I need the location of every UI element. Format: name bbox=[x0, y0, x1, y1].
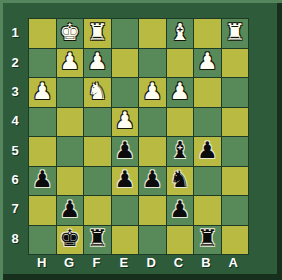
square-c8[interactable] bbox=[167, 226, 194, 255]
square-g3[interactable] bbox=[57, 78, 84, 107]
square-a7[interactable] bbox=[222, 196, 249, 225]
file-label-h: H bbox=[28, 253, 55, 272]
black-king-g8[interactable]: ♚ bbox=[59, 227, 80, 250]
rank-label-4: 4 bbox=[3, 106, 27, 135]
square-d5[interactable] bbox=[139, 137, 166, 166]
square-e7[interactable] bbox=[112, 196, 139, 225]
square-a8[interactable] bbox=[222, 226, 249, 255]
rank-label-6: 6 bbox=[3, 165, 27, 194]
square-d1[interactable] bbox=[139, 19, 166, 48]
square-f8[interactable]: ♜ bbox=[84, 226, 111, 255]
black-knight-c6[interactable]: ♞ bbox=[169, 168, 190, 191]
rank-label-7: 7 bbox=[3, 194, 27, 223]
white-king-g1[interactable]: ♚ bbox=[59, 21, 80, 44]
chess-board[interactable]: ♚♜♝♜♟♟♟♟♞♟♟♟♟♝♟♟♟♟♞♟♟♚♜♜ bbox=[28, 18, 249, 255]
square-b2[interactable]: ♟ bbox=[194, 49, 221, 78]
square-c1[interactable]: ♝ bbox=[167, 19, 194, 48]
black-pawn-e5[interactable]: ♟ bbox=[114, 139, 135, 162]
white-pawn-b2[interactable]: ♟ bbox=[197, 50, 218, 73]
square-d2[interactable] bbox=[139, 49, 166, 78]
square-g5[interactable] bbox=[57, 137, 84, 166]
square-d4[interactable] bbox=[139, 108, 166, 137]
square-h2[interactable] bbox=[29, 49, 56, 78]
rank-label-8: 8 bbox=[3, 224, 27, 253]
square-f2[interactable]: ♟ bbox=[84, 49, 111, 78]
square-b3[interactable] bbox=[194, 78, 221, 107]
file-label-e: E bbox=[110, 253, 137, 272]
rank-label-1: 1 bbox=[3, 18, 27, 47]
square-a6[interactable] bbox=[222, 167, 249, 196]
white-pawn-g2[interactable]: ♟ bbox=[59, 50, 80, 73]
square-f3[interactable]: ♞ bbox=[84, 78, 111, 107]
square-h1[interactable] bbox=[29, 19, 56, 48]
square-g8[interactable]: ♚ bbox=[57, 226, 84, 255]
square-c3[interactable]: ♟ bbox=[167, 78, 194, 107]
square-h6[interactable]: ♟ bbox=[29, 167, 56, 196]
white-knight-f3[interactable]: ♞ bbox=[87, 80, 108, 103]
rank-label-5: 5 bbox=[3, 136, 27, 165]
square-c7[interactable]: ♟ bbox=[167, 196, 194, 225]
square-f4[interactable] bbox=[84, 108, 111, 137]
square-c6[interactable]: ♞ bbox=[167, 167, 194, 196]
square-g7[interactable]: ♟ bbox=[57, 196, 84, 225]
black-bishop-c5[interactable]: ♝ bbox=[169, 139, 190, 162]
square-e5[interactable]: ♟ bbox=[112, 137, 139, 166]
square-e8[interactable] bbox=[112, 226, 139, 255]
black-pawn-e6[interactable]: ♟ bbox=[114, 168, 135, 191]
square-g2[interactable]: ♟ bbox=[57, 49, 84, 78]
black-pawn-d6[interactable]: ♟ bbox=[142, 168, 163, 191]
black-pawn-g7[interactable]: ♟ bbox=[59, 198, 80, 221]
square-h7[interactable] bbox=[29, 196, 56, 225]
square-c2[interactable] bbox=[167, 49, 194, 78]
square-e2[interactable] bbox=[112, 49, 139, 78]
square-c5[interactable]: ♝ bbox=[167, 137, 194, 166]
square-g6[interactable] bbox=[57, 167, 84, 196]
file-label-c: C bbox=[165, 253, 192, 272]
square-a1[interactable]: ♜ bbox=[222, 19, 249, 48]
square-h4[interactable] bbox=[29, 108, 56, 137]
white-pawn-c3[interactable]: ♟ bbox=[169, 80, 190, 103]
file-label-f: F bbox=[83, 253, 110, 272]
file-labels: HGFEDCBA bbox=[28, 253, 247, 272]
square-e1[interactable] bbox=[112, 19, 139, 48]
square-f6[interactable] bbox=[84, 167, 111, 196]
square-a2[interactable] bbox=[222, 49, 249, 78]
square-h8[interactable] bbox=[29, 226, 56, 255]
square-a4[interactable] bbox=[222, 108, 249, 137]
white-pawn-d3[interactable]: ♟ bbox=[142, 80, 163, 103]
square-b7[interactable] bbox=[194, 196, 221, 225]
square-e6[interactable]: ♟ bbox=[112, 167, 139, 196]
square-b1[interactable] bbox=[194, 19, 221, 48]
white-pawn-e4[interactable]: ♟ bbox=[114, 109, 135, 132]
square-f5[interactable] bbox=[84, 137, 111, 166]
rank-label-2: 2 bbox=[3, 47, 27, 76]
square-a3[interactable] bbox=[222, 78, 249, 107]
square-g4[interactable] bbox=[57, 108, 84, 137]
white-rook-f1[interactable]: ♜ bbox=[87, 21, 108, 44]
square-b8[interactable]: ♜ bbox=[194, 226, 221, 255]
square-d7[interactable] bbox=[139, 196, 166, 225]
white-pawn-h3[interactable]: ♟ bbox=[32, 80, 53, 103]
black-pawn-h6[interactable]: ♟ bbox=[32, 168, 53, 191]
black-rook-f8[interactable]: ♜ bbox=[87, 227, 108, 250]
file-label-b: B bbox=[192, 253, 219, 272]
square-d3[interactable]: ♟ bbox=[139, 78, 166, 107]
square-a5[interactable] bbox=[222, 137, 249, 166]
white-pawn-f2[interactable]: ♟ bbox=[87, 50, 108, 73]
black-pawn-c7[interactable]: ♟ bbox=[169, 198, 190, 221]
file-label-d: D bbox=[138, 253, 165, 272]
file-label-a: A bbox=[220, 253, 247, 272]
square-f7[interactable] bbox=[84, 196, 111, 225]
square-e4[interactable]: ♟ bbox=[112, 108, 139, 137]
file-label-g: G bbox=[55, 253, 82, 272]
square-b5[interactable]: ♟ bbox=[194, 137, 221, 166]
square-h3[interactable]: ♟ bbox=[29, 78, 56, 107]
square-e3[interactable] bbox=[112, 78, 139, 107]
black-rook-b8[interactable]: ♜ bbox=[197, 227, 218, 250]
chess-board-panel: 12345678 ♚♜♝♜♟♟♟♟♞♟♟♟♟♝♟♟♟♟♞♟♟♚♜♜ HGFEDC… bbox=[0, 0, 282, 280]
square-b4[interactable] bbox=[194, 108, 221, 137]
square-g1[interactable]: ♚ bbox=[57, 19, 84, 48]
rank-labels: 12345678 bbox=[3, 18, 27, 253]
square-h5[interactable] bbox=[29, 137, 56, 166]
square-b6[interactable] bbox=[194, 167, 221, 196]
square-c4[interactable] bbox=[167, 108, 194, 137]
square-f1[interactable]: ♜ bbox=[84, 19, 111, 48]
white-rook-a1[interactable]: ♜ bbox=[224, 21, 245, 44]
rank-label-3: 3 bbox=[3, 77, 27, 106]
square-d6[interactable]: ♟ bbox=[139, 167, 166, 196]
white-bishop-c1[interactable]: ♝ bbox=[169, 21, 190, 44]
square-d8[interactable] bbox=[139, 226, 166, 255]
black-pawn-b5[interactable]: ♟ bbox=[197, 139, 218, 162]
